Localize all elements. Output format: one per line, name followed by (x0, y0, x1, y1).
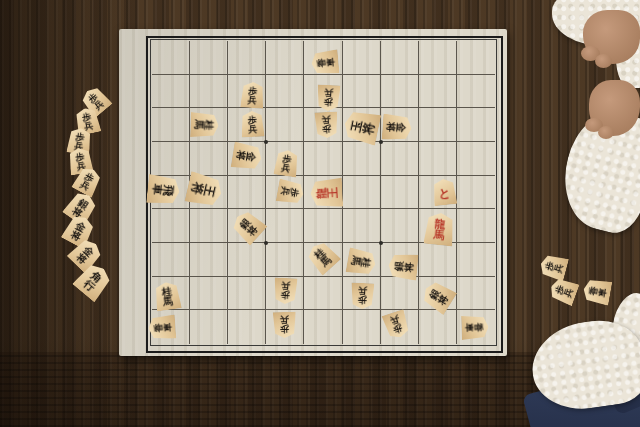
board-cell[interactable] (152, 209, 190, 243)
piece-kanji: 兵 (324, 88, 333, 97)
board-cell[interactable] (381, 75, 419, 109)
piece-kanji: 兵 (92, 99, 105, 112)
shogi-piece-pawn[interactable]: 歩兵 (537, 253, 568, 282)
piece-kanji: 馬 (162, 296, 173, 307)
board-cell[interactable] (190, 209, 228, 243)
board-cell[interactable] (190, 277, 228, 311)
piece-kanji: 車 (597, 287, 607, 297)
piece-kanji: と (437, 186, 450, 199)
board-cell[interactable] (190, 75, 228, 109)
piece-kanji: 歩 (357, 295, 366, 304)
star-point (264, 241, 268, 245)
board-cell[interactable] (190, 41, 228, 75)
board-cell[interactable] (419, 41, 457, 75)
board-cell[interactable] (266, 108, 304, 142)
piece-kanji: 兵 (280, 163, 290, 173)
board-cell[interactable] (266, 41, 304, 75)
piece-kanji: 将 (386, 121, 397, 132)
board-cell[interactable] (228, 277, 266, 311)
board-cell[interactable] (457, 176, 495, 210)
board-cell[interactable] (228, 41, 266, 75)
board-cell[interactable] (381, 41, 419, 75)
board-cell[interactable] (419, 310, 457, 344)
board-cell[interactable] (457, 277, 495, 311)
board-cell[interactable] (343, 310, 381, 344)
board-cell[interactable] (228, 243, 266, 277)
shogi-piece-knight[interactable]: 桂馬 (190, 112, 219, 138)
piece-kanji: 兵 (247, 96, 257, 106)
board-cell[interactable] (304, 277, 342, 311)
board-cell[interactable] (304, 209, 342, 243)
board-cell[interactable] (457, 243, 495, 277)
board-cell[interactable] (190, 310, 228, 344)
board-cell[interactable] (381, 277, 419, 311)
board-cell[interactable] (343, 209, 381, 243)
board-cell[interactable] (266, 75, 304, 109)
board-cell[interactable] (419, 108, 457, 142)
piece-kanji: 香 (474, 322, 483, 331)
piece-kanji: 王 (327, 187, 339, 199)
board-cell[interactable] (343, 176, 381, 210)
piece-kanji: 車 (163, 322, 173, 332)
piece-kanji: 兵 (553, 263, 564, 274)
board-cell[interactable] (381, 142, 419, 176)
board-cell[interactable] (381, 176, 419, 210)
board-cell[interactable] (266, 209, 304, 243)
star-point (264, 140, 268, 144)
board-cell[interactable] (190, 243, 228, 277)
board-cell[interactable] (457, 41, 495, 75)
piece-kanji: 金 (396, 122, 407, 133)
piece-kanji: 将 (190, 181, 204, 195)
board-cell[interactable] (343, 41, 381, 75)
piece-kanji: 馬 (349, 255, 361, 267)
piece-kanji: 兵 (78, 180, 90, 192)
piece-kanji: 兵 (562, 287, 574, 299)
board-cell[interactable] (152, 41, 190, 75)
piece-kanji: 兵 (281, 281, 290, 290)
board-cell[interactable] (304, 142, 342, 176)
board-cell[interactable] (457, 108, 495, 142)
board-cell[interactable] (457, 209, 495, 243)
board-cell[interactable] (343, 75, 381, 109)
board-cell[interactable] (419, 243, 457, 277)
board-cell[interactable] (152, 243, 190, 277)
piece-kanji: 将 (404, 261, 415, 272)
piece-kanji: 歩 (279, 324, 288, 333)
piece-kanji: 車 (150, 183, 162, 195)
piece-kanji: 兵 (358, 286, 367, 295)
piece-kanji: 兵 (279, 186, 289, 196)
piece-kanji: 兵 (83, 121, 94, 132)
board-cell[interactable] (457, 142, 495, 176)
piece-kanji: 馬 (319, 254, 333, 268)
board-cell[interactable] (152, 75, 190, 109)
board-cell[interactable] (419, 142, 457, 176)
board-cell[interactable] (304, 310, 342, 344)
piece-kanji: 車 (326, 57, 336, 67)
board-cell[interactable] (152, 108, 190, 142)
piece-kanji: 兵 (279, 315, 288, 324)
board-cell[interactable] (457, 75, 495, 109)
board-cell[interactable] (152, 142, 190, 176)
table-surface: 香車歩兵歩兵桂馬歩兵歩兵玉将金将金将歩兵飛車王将歩兵龍王と龍馬銀将桂馬桂馬銀将桂… (0, 0, 640, 427)
piece-kanji: 将 (361, 121, 375, 135)
piece-kanji: 兵 (248, 125, 257, 134)
star-point (379, 140, 383, 144)
child-finger (595, 54, 612, 68)
star-point (379, 241, 383, 245)
piece-kanji: 車 (465, 323, 474, 332)
piece-kanji: 馬 (193, 120, 203, 130)
board-cell[interactable] (381, 209, 419, 243)
piece-kanji: 兵 (321, 115, 330, 124)
child-finger (598, 126, 614, 139)
piece-kanji: 馬 (432, 229, 444, 241)
piece-kanji: 将 (235, 149, 246, 160)
piece-kanji: 兵 (389, 314, 400, 325)
board-cell[interactable] (343, 142, 381, 176)
board-cell[interactable] (266, 243, 304, 277)
board-cell[interactable] (228, 176, 266, 210)
board-cell[interactable] (228, 310, 266, 344)
board-cell[interactable] (419, 75, 457, 109)
board-cell[interactable] (190, 142, 228, 176)
shogi-piece-lance[interactable]: 香車 (582, 277, 613, 305)
